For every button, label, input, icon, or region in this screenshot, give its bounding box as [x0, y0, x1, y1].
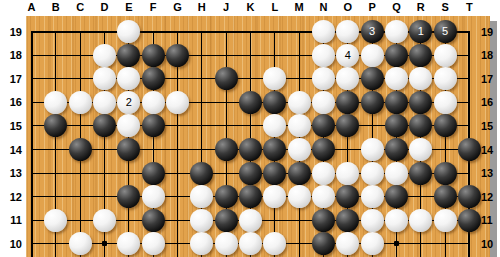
stone-p13[interactable]: [361, 162, 384, 185]
stone-n19[interactable]: [312, 20, 335, 43]
star-point: [102, 241, 107, 246]
stone-o12[interactable]: [336, 185, 359, 208]
stone-l13[interactable]: [263, 162, 286, 185]
move-number: 3: [369, 20, 375, 43]
stone-n10[interactable]: [312, 232, 335, 255]
stone-r16[interactable]: [409, 91, 432, 114]
stone-j10[interactable]: [215, 232, 238, 255]
stone-l17[interactable]: [263, 67, 286, 90]
stone-q12[interactable]: [385, 185, 408, 208]
stone-j11[interactable]: [215, 209, 238, 232]
col-label-j: J: [223, 1, 229, 13]
stone-c14[interactable]: [69, 138, 92, 161]
row-label-right-16: 16: [481, 95, 500, 109]
stone-m14[interactable]: [288, 138, 311, 161]
stone-o15[interactable]: [336, 114, 359, 137]
stone-n18[interactable]: [312, 44, 335, 67]
stone-d15[interactable]: [93, 114, 116, 137]
stone-p19[interactable]: 3: [361, 20, 384, 43]
stone-k11[interactable]: [239, 209, 262, 232]
col-label-q: Q: [392, 1, 401, 13]
col-label-g: G: [173, 1, 182, 13]
col-label-o: O: [344, 1, 353, 13]
stone-b16[interactable]: [44, 91, 67, 114]
col-label-t: T: [466, 1, 473, 13]
stone-k16[interactable]: [239, 91, 262, 114]
stone-n11[interactable]: [312, 209, 335, 232]
star-point: [394, 241, 399, 246]
stone-f18[interactable]: [142, 44, 165, 67]
stone-p16[interactable]: [361, 91, 384, 114]
move-number: 2: [126, 91, 132, 114]
stone-m13[interactable]: [288, 162, 311, 185]
row-label-left-19: 19: [0, 25, 22, 39]
stone-p10[interactable]: [361, 232, 384, 255]
col-label-d: D: [101, 1, 109, 13]
stone-s13[interactable]: [434, 162, 457, 185]
stone-k12[interactable]: [239, 185, 262, 208]
stone-f10[interactable]: [142, 232, 165, 255]
stone-j17[interactable]: [215, 67, 238, 90]
stone-c10[interactable]: [69, 232, 92, 255]
stone-d16[interactable]: [93, 91, 116, 114]
stone-c16[interactable]: [69, 91, 92, 114]
stone-l14[interactable]: [263, 138, 286, 161]
stone-m16[interactable]: [288, 91, 311, 114]
stone-e19[interactable]: [117, 20, 140, 43]
stone-s16[interactable]: [434, 91, 457, 114]
col-label-f: F: [150, 1, 157, 13]
stone-s15[interactable]: [434, 114, 457, 137]
row-label-right-10: 10: [481, 237, 500, 251]
stone-h10[interactable]: [190, 232, 213, 255]
row-label-left-18: 18: [0, 48, 22, 62]
col-label-c: C: [76, 1, 84, 13]
row-label-left-15: 15: [0, 119, 22, 133]
row-label-right-18: 18: [481, 48, 500, 62]
stone-o17[interactable]: [336, 67, 359, 90]
row-label-right-14: 14: [481, 143, 500, 157]
stone-b15[interactable]: [44, 114, 67, 137]
stone-f15[interactable]: [142, 114, 165, 137]
stone-h13[interactable]: [190, 162, 213, 185]
stone-q14[interactable]: [385, 138, 408, 161]
stone-q19[interactable]: [385, 20, 408, 43]
go-board[interactable]: 31542: [26, 16, 490, 257]
move-number: 1: [418, 20, 424, 43]
stone-l12[interactable]: [263, 185, 286, 208]
stone-d11[interactable]: [93, 209, 116, 232]
stone-n17[interactable]: [312, 67, 335, 90]
col-label-p: P: [368, 1, 375, 13]
stone-s12[interactable]: [434, 185, 457, 208]
stone-q17[interactable]: [385, 67, 408, 90]
stone-q11[interactable]: [385, 209, 408, 232]
move-number: 5: [442, 20, 448, 43]
col-label-k: K: [246, 1, 254, 13]
stone-p18[interactable]: [361, 44, 384, 67]
stone-h11[interactable]: [190, 209, 213, 232]
stone-q13[interactable]: [385, 162, 408, 185]
col-label-n: N: [319, 1, 327, 13]
stone-o19[interactable]: [336, 20, 359, 43]
stone-e18[interactable]: [117, 44, 140, 67]
stone-g16[interactable]: [166, 91, 189, 114]
stone-h12[interactable]: [190, 185, 213, 208]
stone-n12[interactable]: [312, 185, 335, 208]
stone-f17[interactable]: [142, 67, 165, 90]
row-label-left-10: 10: [0, 237, 22, 251]
stone-t14[interactable]: [458, 138, 481, 161]
stone-q18[interactable]: [385, 44, 408, 67]
stone-s19[interactable]: 5: [434, 20, 457, 43]
stone-l15[interactable]: [263, 114, 286, 137]
stone-o11[interactable]: [336, 209, 359, 232]
col-label-s: S: [441, 1, 448, 13]
stone-j12[interactable]: [215, 185, 238, 208]
stone-r15[interactable]: [409, 114, 432, 137]
stone-d17[interactable]: [93, 67, 116, 90]
col-label-r: R: [417, 1, 425, 13]
stone-r19[interactable]: 1: [409, 20, 432, 43]
stone-t12[interactable]: [458, 185, 481, 208]
row-label-left-11: 11: [0, 213, 22, 227]
col-label-b: B: [52, 1, 60, 13]
stone-r18[interactable]: [409, 44, 432, 67]
stone-o13[interactable]: [336, 162, 359, 185]
stone-m12[interactable]: [288, 185, 311, 208]
stone-e15[interactable]: [117, 114, 140, 137]
stone-q15[interactable]: [385, 114, 408, 137]
row-label-right-15: 15: [481, 119, 500, 133]
stone-o10[interactable]: [336, 232, 359, 255]
stone-r17[interactable]: [409, 67, 432, 90]
col-label-a: A: [28, 1, 36, 13]
row-label-left-17: 17: [0, 72, 22, 86]
stone-k14[interactable]: [239, 138, 262, 161]
stone-n14[interactable]: [312, 138, 335, 161]
col-label-m: M: [295, 1, 304, 13]
stone-f12[interactable]: [142, 185, 165, 208]
stone-e17[interactable]: [117, 67, 140, 90]
row-label-left-12: 12: [0, 190, 22, 204]
row-label-right-11: 11: [481, 213, 500, 227]
stone-e10[interactable]: [117, 232, 140, 255]
stone-j14[interactable]: [215, 138, 238, 161]
stone-r14[interactable]: [409, 138, 432, 161]
stone-p14[interactable]: [361, 138, 384, 161]
col-label-h: H: [198, 1, 206, 13]
stone-f16[interactable]: [142, 91, 165, 114]
stone-n13[interactable]: [312, 162, 335, 185]
stone-n15[interactable]: [312, 114, 335, 137]
stone-m15[interactable]: [288, 114, 311, 137]
stone-p17[interactable]: [361, 67, 384, 90]
row-label-right-13: 13: [481, 166, 500, 180]
row-label-left-14: 14: [0, 143, 22, 157]
stone-q16[interactable]: [385, 91, 408, 114]
row-label-right-12: 12: [481, 190, 500, 204]
stone-e14[interactable]: [117, 138, 140, 161]
stone-e16[interactable]: 2: [117, 91, 140, 114]
stone-o18[interactable]: 4: [336, 44, 359, 67]
stone-s11[interactable]: [434, 209, 457, 232]
grid-vline: [31, 31, 33, 257]
stone-s18[interactable]: [434, 44, 457, 67]
stone-l16[interactable]: [263, 91, 286, 114]
col-label-e: E: [125, 1, 132, 13]
stone-f11[interactable]: [142, 209, 165, 232]
stone-s17[interactable]: [434, 67, 457, 90]
stone-d18[interactable]: [93, 44, 116, 67]
stone-k10[interactable]: [239, 232, 262, 255]
stone-n16[interactable]: [312, 91, 335, 114]
col-label-l: L: [271, 1, 278, 13]
stone-r13[interactable]: [409, 162, 432, 185]
stone-b11[interactable]: [44, 209, 67, 232]
stone-o16[interactable]: [336, 91, 359, 114]
go-diagram-window: 31542 ABCDEFGHJKLMNOPQRST191918181717161…: [0, 0, 500, 257]
stone-e12[interactable]: [117, 185, 140, 208]
stone-r11[interactable]: [409, 209, 432, 232]
stone-k13[interactable]: [239, 162, 262, 185]
stone-p12[interactable]: [361, 185, 384, 208]
stone-f13[interactable]: [142, 162, 165, 185]
row-label-right-17: 17: [481, 72, 500, 86]
stone-l10[interactable]: [263, 232, 286, 255]
row-label-left-13: 13: [0, 166, 22, 180]
row-label-right-19: 19: [481, 25, 500, 39]
stone-t11[interactable]: [458, 209, 481, 232]
move-number: 4: [345, 44, 351, 67]
stone-p11[interactable]: [361, 209, 384, 232]
row-label-left-16: 16: [0, 95, 22, 109]
stone-g18[interactable]: [166, 44, 189, 67]
